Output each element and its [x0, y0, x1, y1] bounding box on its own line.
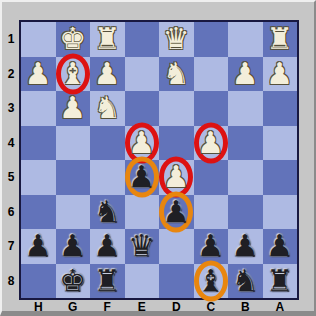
- square-h7[interactable]: ♟: [21, 229, 56, 264]
- piece-black-pawn-h7[interactable]: ♟: [25, 229, 52, 264]
- rank-label-4: 4: [4, 126, 18, 161]
- piece-white-pawn-c4[interactable]: ♟: [197, 126, 224, 161]
- square-e1[interactable]: [125, 22, 160, 57]
- rank-label-8: 8: [4, 264, 18, 299]
- square-d7[interactable]: [159, 229, 194, 264]
- square-g3[interactable]: ♟: [56, 91, 91, 126]
- square-e6[interactable]: [125, 195, 160, 230]
- square-b4[interactable]: [228, 126, 263, 161]
- square-f3[interactable]: ♞: [90, 91, 125, 126]
- square-g7[interactable]: ♟: [56, 229, 91, 264]
- file-label-G: G: [56, 300, 91, 314]
- square-b5[interactable]: [228, 160, 263, 195]
- square-c8[interactable]: ♝: [194, 264, 229, 299]
- piece-white-pawn-h2[interactable]: ♟: [25, 57, 52, 92]
- piece-white-queen-d1[interactable]: ♛: [163, 22, 190, 57]
- square-a1[interactable]: ♜: [263, 22, 298, 57]
- rank-label-5: 5: [4, 160, 18, 195]
- square-d1[interactable]: ♛: [159, 22, 194, 57]
- square-c6[interactable]: [194, 195, 229, 230]
- square-c4[interactable]: ♟: [194, 126, 229, 161]
- square-d5[interactable]: ♟: [159, 160, 194, 195]
- square-d6[interactable]: ♟: [159, 195, 194, 230]
- square-h4[interactable]: [21, 126, 56, 161]
- square-a8[interactable]: ♜: [263, 264, 298, 299]
- piece-white-pawn-a2[interactable]: ♟: [266, 57, 293, 92]
- square-e8[interactable]: [125, 264, 160, 299]
- piece-white-king-g1[interactable]: ♚: [59, 22, 86, 57]
- square-b6[interactable]: [228, 195, 263, 230]
- square-h5[interactable]: [21, 160, 56, 195]
- piece-white-rook-f1[interactable]: ♜: [94, 22, 121, 57]
- piece-white-rook-a1[interactable]: ♜: [266, 22, 293, 57]
- square-d4[interactable]: [159, 126, 194, 161]
- piece-black-pawn-g7[interactable]: ♟: [59, 229, 86, 264]
- piece-black-rook-f8[interactable]: ♜: [94, 264, 121, 299]
- square-b1[interactable]: [228, 22, 263, 57]
- piece-black-pawn-e5[interactable]: ♟: [128, 160, 155, 195]
- square-g8[interactable]: ♚: [56, 264, 91, 299]
- square-c3[interactable]: [194, 91, 229, 126]
- square-g1[interactable]: ♚: [56, 22, 91, 57]
- piece-white-pawn-f2[interactable]: ♟: [94, 57, 121, 92]
- square-f5[interactable]: [90, 160, 125, 195]
- square-b2[interactable]: ♟: [228, 57, 263, 92]
- square-e3[interactable]: [125, 91, 160, 126]
- square-c1[interactable]: [194, 22, 229, 57]
- square-d2[interactable]: ♞: [159, 57, 194, 92]
- square-f8[interactable]: ♜: [90, 264, 125, 299]
- file-label-E: E: [125, 300, 160, 314]
- square-h1[interactable]: [21, 22, 56, 57]
- piece-white-bishop-g2[interactable]: ♝: [59, 57, 86, 92]
- square-f7[interactable]: ♟: [90, 229, 125, 264]
- piece-black-pawn-b7[interactable]: ♟: [232, 229, 259, 264]
- square-b8[interactable]: ♞: [228, 264, 263, 299]
- piece-black-knight-f6[interactable]: ♞: [94, 195, 121, 230]
- square-d8[interactable]: [159, 264, 194, 299]
- rank-label-1: 1: [4, 22, 18, 57]
- square-h6[interactable]: [21, 195, 56, 230]
- square-e7[interactable]: ♛: [125, 229, 160, 264]
- piece-black-king-g8[interactable]: ♚: [59, 264, 86, 299]
- piece-white-pawn-d5[interactable]: ♟: [163, 160, 190, 195]
- square-c5[interactable]: [194, 160, 229, 195]
- square-f4[interactable]: [90, 126, 125, 161]
- file-label-B: B: [228, 300, 263, 314]
- piece-black-pawn-d6[interactable]: ♟: [163, 195, 190, 230]
- file-label-D: D: [159, 300, 194, 314]
- square-f2[interactable]: ♟: [90, 57, 125, 92]
- rank-label-3: 3: [4, 91, 18, 126]
- piece-white-pawn-e4[interactable]: ♟: [128, 126, 155, 161]
- piece-white-pawn-b2[interactable]: ♟: [232, 57, 259, 92]
- square-b7[interactable]: ♟: [228, 229, 263, 264]
- square-b3[interactable]: [228, 91, 263, 126]
- square-h2[interactable]: ♟: [21, 57, 56, 92]
- square-g4[interactable]: [56, 126, 91, 161]
- rank-label-7: 7: [4, 229, 18, 264]
- piece-black-pawn-f7[interactable]: ♟: [94, 229, 121, 264]
- rank-label-6: 6: [4, 195, 18, 230]
- piece-black-bishop-c8[interactable]: ♝: [197, 264, 224, 299]
- square-a5[interactable]: [263, 160, 298, 195]
- piece-black-queen-e7[interactable]: ♛: [128, 229, 155, 264]
- file-label-A: A: [263, 300, 298, 314]
- square-h8[interactable]: [21, 264, 56, 299]
- square-f6[interactable]: ♞: [90, 195, 125, 230]
- square-c7[interactable]: ♟: [194, 229, 229, 264]
- piece-black-pawn-a7[interactable]: ♟: [266, 229, 293, 264]
- piece-white-pawn-g3[interactable]: ♟: [59, 91, 86, 126]
- square-f1[interactable]: ♜: [90, 22, 125, 57]
- piece-white-knight-d2[interactable]: ♞: [163, 57, 190, 92]
- chess-board: ♚♜♛♜♟♝♟♞♟♟♟♞♟♟♟♟♞♟♟♟♟♛♟♟♟♚♜♝♞♜: [19, 20, 299, 300]
- rank-label-2: 2: [4, 57, 18, 92]
- piece-white-knight-f3[interactable]: ♞: [94, 91, 121, 126]
- piece-black-rook-a8[interactable]: ♜: [266, 264, 293, 299]
- chess-diagram-panel: ♚♜♛♜♟♝♟♞♟♟♟♞♟♟♟♟♞♟♟♟♟♛♟♟♟♚♜♝♞♜ 12345678H…: [0, 0, 316, 316]
- square-a2[interactable]: ♟: [263, 57, 298, 92]
- square-g6[interactable]: [56, 195, 91, 230]
- square-a7[interactable]: ♟: [263, 229, 298, 264]
- file-label-H: H: [21, 300, 56, 314]
- square-a4[interactable]: [263, 126, 298, 161]
- square-a6[interactable]: [263, 195, 298, 230]
- square-g2[interactable]: ♝: [56, 57, 91, 92]
- square-a3[interactable]: [263, 91, 298, 126]
- square-e5[interactable]: ♟: [125, 160, 160, 195]
- square-e2[interactable]: [125, 57, 160, 92]
- square-c2[interactable]: [194, 57, 229, 92]
- square-h3[interactable]: [21, 91, 56, 126]
- piece-black-knight-b8[interactable]: ♞: [232, 264, 259, 299]
- file-label-C: C: [194, 300, 229, 314]
- piece-black-pawn-c7[interactable]: ♟: [197, 229, 224, 264]
- square-g5[interactable]: [56, 160, 91, 195]
- square-e4[interactable]: ♟: [125, 126, 160, 161]
- file-label-F: F: [90, 300, 125, 314]
- square-d3[interactable]: [159, 91, 194, 126]
